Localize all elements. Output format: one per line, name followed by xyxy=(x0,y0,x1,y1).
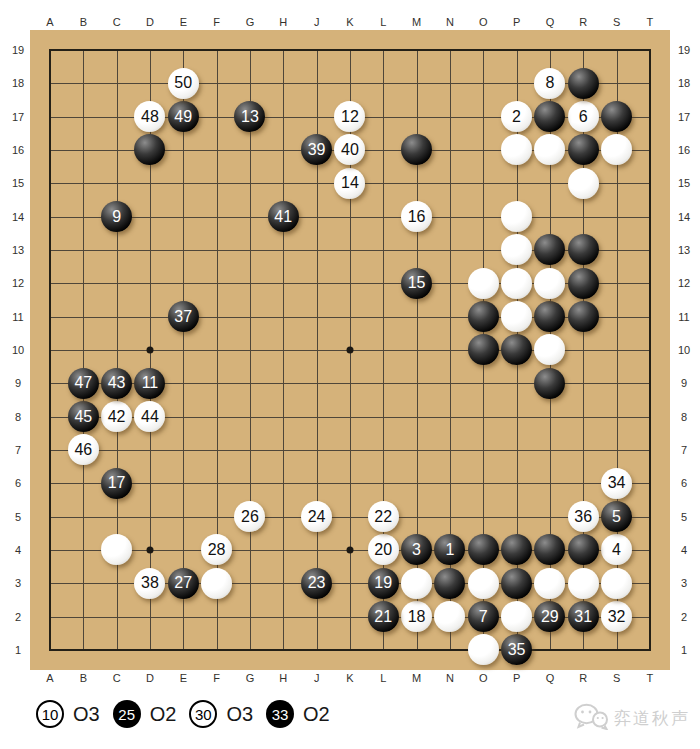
wechat-icon xyxy=(573,703,609,734)
row-label-right-16: 16 xyxy=(678,144,690,156)
black-stone-O2: 7 xyxy=(468,601,499,632)
black-stone-J16: 39 xyxy=(301,134,332,165)
col-label-bottom-G: G xyxy=(246,672,255,684)
black-stone-Q4 xyxy=(534,534,565,565)
row-label-right-9: 9 xyxy=(681,377,687,389)
white-stone-M2: 18 xyxy=(401,601,432,632)
white-stone-L5: 22 xyxy=(368,501,399,532)
black-stone-S5: 5 xyxy=(601,501,632,532)
white-stone-O3 xyxy=(468,568,499,599)
row-label-right-4: 4 xyxy=(681,544,687,556)
black-stone-L2: 21 xyxy=(368,601,399,632)
col-label-bottom-S: S xyxy=(613,672,620,684)
row-label-right-11: 11 xyxy=(678,311,689,323)
legend-stone-30: 30 xyxy=(189,700,217,728)
row-label-right-3: 3 xyxy=(681,577,687,589)
col-label-bottom-H: H xyxy=(279,672,287,684)
col-label-bottom-Q: Q xyxy=(546,672,555,684)
row-label-left-11: 11 xyxy=(12,311,23,323)
white-stone-S16 xyxy=(601,134,632,165)
white-stone-G5: 26 xyxy=(234,501,265,532)
black-stone-C9: 43 xyxy=(101,368,132,399)
legend-stone-10: 10 xyxy=(36,700,64,728)
white-stone-K16: 40 xyxy=(334,134,365,165)
row-label-left-5: 5 xyxy=(15,511,21,523)
col-label-top-D: D xyxy=(146,16,154,28)
row-label-right-14: 14 xyxy=(678,211,690,223)
legend-point-label: O3 xyxy=(226,703,253,726)
row-label-left-14: 14 xyxy=(12,211,24,223)
col-label-top-M: M xyxy=(412,16,421,28)
legend-point-label: O2 xyxy=(303,703,330,726)
white-stone-R17: 6 xyxy=(568,101,599,132)
black-stone-E11: 37 xyxy=(168,301,199,332)
col-label-top-S: S xyxy=(613,16,620,28)
black-stone-R16 xyxy=(568,134,599,165)
black-stone-N4: 1 xyxy=(434,534,465,565)
row-label-left-2: 2 xyxy=(15,611,21,623)
col-label-bottom-A: A xyxy=(46,672,53,684)
col-label-top-B: B xyxy=(80,16,87,28)
col-label-top-O: O xyxy=(479,16,488,28)
black-stone-D9: 11 xyxy=(134,368,165,399)
black-stone-B8: 45 xyxy=(68,401,99,432)
white-stone-S4: 4 xyxy=(601,534,632,565)
row-label-left-8: 8 xyxy=(15,411,21,423)
black-stone-P1: 35 xyxy=(501,634,532,665)
white-stone-Q3 xyxy=(534,568,565,599)
row-label-left-16: 16 xyxy=(12,144,24,156)
white-stone-M3 xyxy=(401,568,432,599)
black-stone-S17 xyxy=(601,101,632,132)
legend-item-move-25: 25O2 xyxy=(113,700,177,728)
col-label-top-L: L xyxy=(380,16,386,28)
legend-stone-25: 25 xyxy=(113,700,141,728)
black-stone-Q2: 29 xyxy=(534,601,565,632)
col-label-bottom-P: P xyxy=(513,672,520,684)
row-label-left-4: 4 xyxy=(15,544,21,556)
row-label-right-10: 10 xyxy=(678,344,690,356)
col-label-top-N: N xyxy=(446,16,454,28)
legend-item-move-30: 30O3 xyxy=(189,700,253,728)
black-stone-R11 xyxy=(568,301,599,332)
white-stone-O12 xyxy=(468,268,499,299)
black-stone-R13 xyxy=(568,234,599,265)
col-label-bottom-D: D xyxy=(146,672,154,684)
white-stone-P12 xyxy=(501,268,532,299)
row-label-left-13: 13 xyxy=(12,244,24,256)
row-label-right-6: 6 xyxy=(681,477,687,489)
move-legend: 10O325O230O333O2 xyxy=(36,700,330,728)
row-label-left-3: 3 xyxy=(15,577,21,589)
black-stone-G17: 13 xyxy=(234,101,265,132)
black-stone-M16 xyxy=(401,134,432,165)
black-stone-B9: 47 xyxy=(68,368,99,399)
row-label-right-2: 2 xyxy=(681,611,687,623)
white-stone-E18: 50 xyxy=(168,68,199,99)
col-label-bottom-K: K xyxy=(346,672,353,684)
white-stone-L4: 20 xyxy=(368,534,399,565)
row-label-right-13: 13 xyxy=(678,244,690,256)
col-label-bottom-M: M xyxy=(412,672,421,684)
row-label-right-1: 1 xyxy=(681,644,687,656)
col-label-bottom-E: E xyxy=(180,672,187,684)
col-label-bottom-R: R xyxy=(579,672,587,684)
black-stone-C6: 17 xyxy=(101,468,132,499)
black-stone-O4 xyxy=(468,534,499,565)
col-label-bottom-J: J xyxy=(314,672,320,684)
white-stone-Q12 xyxy=(534,268,565,299)
white-stone-Q18: 8 xyxy=(534,68,565,99)
black-stone-Q17 xyxy=(534,101,565,132)
row-label-left-15: 15 xyxy=(12,177,24,189)
black-stone-D16 xyxy=(134,134,165,165)
black-stone-H14: 41 xyxy=(268,201,299,232)
white-stone-D8: 44 xyxy=(134,401,165,432)
legend-stone-33: 33 xyxy=(266,700,294,728)
col-label-bottom-C: C xyxy=(113,672,121,684)
black-stone-R4 xyxy=(568,534,599,565)
black-stone-M4: 3 xyxy=(401,534,432,565)
legend-point-label: O2 xyxy=(150,703,177,726)
row-label-left-9: 9 xyxy=(15,377,21,389)
col-label-bottom-B: B xyxy=(80,672,87,684)
black-stone-C14: 9 xyxy=(101,201,132,232)
white-stone-B7: 46 xyxy=(68,434,99,465)
col-label-top-A: A xyxy=(46,16,53,28)
col-label-top-C: C xyxy=(113,16,121,28)
legend-item-move-33: 33O2 xyxy=(266,700,330,728)
white-stone-N2 xyxy=(434,601,465,632)
col-label-top-G: G xyxy=(246,16,255,28)
col-label-top-K: K xyxy=(346,16,353,28)
white-stone-Q10 xyxy=(534,334,565,365)
black-stone-O10 xyxy=(468,334,499,365)
black-stone-J3: 23 xyxy=(301,568,332,599)
black-stone-P10 xyxy=(501,334,532,365)
black-stone-E3: 27 xyxy=(168,568,199,599)
white-stone-C4 xyxy=(101,534,132,565)
white-stone-R5: 36 xyxy=(568,501,599,532)
white-stone-P2 xyxy=(501,601,532,632)
white-stone-P13 xyxy=(501,234,532,265)
col-label-top-F: F xyxy=(213,16,220,28)
col-label-top-R: R xyxy=(579,16,587,28)
white-stone-P14 xyxy=(501,201,532,232)
col-label-top-E: E xyxy=(180,16,187,28)
black-stone-R12 xyxy=(568,268,599,299)
col-label-top-J: J xyxy=(314,16,320,28)
white-stone-K17: 12 xyxy=(334,101,365,132)
row-label-left-19: 19 xyxy=(12,44,24,56)
col-label-top-Q: Q xyxy=(546,16,555,28)
black-stone-E17: 49 xyxy=(168,101,199,132)
row-label-left-12: 12 xyxy=(12,277,24,289)
stones-grid: 1234567891112131415161718192021222324262… xyxy=(33,33,666,666)
white-stone-S3 xyxy=(601,568,632,599)
row-label-left-6: 6 xyxy=(15,477,21,489)
white-stone-O1 xyxy=(468,634,499,665)
col-label-bottom-T: T xyxy=(647,672,654,684)
row-label-right-12: 12 xyxy=(678,277,690,289)
white-stone-P16 xyxy=(501,134,532,165)
col-label-top-T: T xyxy=(647,16,654,28)
white-stone-R3 xyxy=(568,568,599,599)
col-label-top-P: P xyxy=(513,16,520,28)
black-stone-R18 xyxy=(568,68,599,99)
white-stone-R15 xyxy=(568,168,599,199)
row-label-right-5: 5 xyxy=(681,511,687,523)
row-label-right-8: 8 xyxy=(681,411,687,423)
row-label-left-7: 7 xyxy=(15,444,21,456)
row-label-right-15: 15 xyxy=(678,177,690,189)
black-stone-P4 xyxy=(501,534,532,565)
black-stone-P3 xyxy=(501,568,532,599)
watermark: 弈道秋声 xyxy=(573,703,690,734)
black-stone-Q11 xyxy=(534,301,565,332)
row-label-left-17: 17 xyxy=(12,111,24,123)
row-label-right-7: 7 xyxy=(681,444,687,456)
white-stone-S2: 32 xyxy=(601,601,632,632)
white-stone-C8: 42 xyxy=(101,401,132,432)
black-stone-M12: 15 xyxy=(401,268,432,299)
col-label-bottom-L: L xyxy=(380,672,386,684)
white-stone-M14: 16 xyxy=(401,201,432,232)
white-stone-P11 xyxy=(501,301,532,332)
col-label-bottom-O: O xyxy=(479,672,488,684)
row-label-left-18: 18 xyxy=(12,77,24,89)
black-stone-Q13 xyxy=(534,234,565,265)
white-stone-D17: 48 xyxy=(134,101,165,132)
white-stone-Q16 xyxy=(534,134,565,165)
go-diagram: 1234567891112131415161718192021222324262… xyxy=(0,0,700,749)
legend-item-move-10: 10O3 xyxy=(36,700,100,728)
col-label-bottom-N: N xyxy=(446,672,454,684)
row-label-left-10: 10 xyxy=(12,344,24,356)
row-label-right-17: 17 xyxy=(678,111,690,123)
row-label-left-1: 1 xyxy=(15,644,21,656)
black-stone-R2: 31 xyxy=(568,601,599,632)
legend-point-label: O3 xyxy=(73,703,100,726)
row-label-right-18: 18 xyxy=(678,77,690,89)
white-stone-P17: 2 xyxy=(501,101,532,132)
watermark-text: 弈道秋声 xyxy=(614,707,690,730)
white-stone-F4: 28 xyxy=(201,534,232,565)
black-stone-O11 xyxy=(468,301,499,332)
white-stone-F3 xyxy=(201,568,232,599)
row-label-right-19: 19 xyxy=(678,44,690,56)
col-label-top-H: H xyxy=(279,16,287,28)
white-stone-S6: 34 xyxy=(601,468,632,499)
white-stone-K15: 14 xyxy=(334,168,365,199)
col-label-bottom-F: F xyxy=(213,672,220,684)
white-stone-J5: 24 xyxy=(301,501,332,532)
black-stone-L3: 19 xyxy=(368,568,399,599)
black-stone-Q9 xyxy=(534,368,565,399)
white-stone-D3: 38 xyxy=(134,568,165,599)
black-stone-N3 xyxy=(434,568,465,599)
